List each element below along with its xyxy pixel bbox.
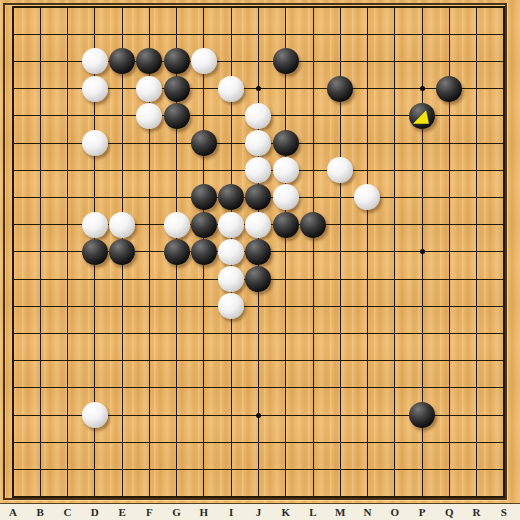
intersection-I18[interactable] <box>218 21 245 48</box>
intersection-J4[interactable] <box>245 401 272 428</box>
intersection-I10[interactable] <box>218 238 245 265</box>
intersection-Q5[interactable] <box>436 374 463 401</box>
intersection-F9[interactable] <box>136 265 163 292</box>
intersection-H6[interactable] <box>190 347 217 374</box>
intersection-D8[interactable] <box>81 292 108 319</box>
intersection-R7[interactable] <box>463 320 490 347</box>
intersection-C3[interactable] <box>54 428 81 455</box>
intersection-D14[interactable] <box>81 129 108 156</box>
intersection-C14[interactable] <box>54 129 81 156</box>
intersection-D9[interactable] <box>81 265 108 292</box>
intersection-B2[interactable] <box>27 456 54 483</box>
intersection-Q6[interactable] <box>436 347 463 374</box>
intersection-D11[interactable] <box>81 211 108 238</box>
intersection-A14[interactable] <box>0 129 27 156</box>
intersection-L7[interactable] <box>299 320 326 347</box>
intersection-G11[interactable] <box>163 211 190 238</box>
intersection-D13[interactable] <box>81 157 108 184</box>
intersection-J6[interactable] <box>245 347 272 374</box>
intersection-O5[interactable] <box>381 374 408 401</box>
intersection-Q3[interactable] <box>436 428 463 455</box>
intersection-D2[interactable] <box>81 456 108 483</box>
intersection-F17[interactable] <box>136 48 163 75</box>
intersection-C16[interactable] <box>54 75 81 102</box>
intersection-I5[interactable] <box>218 374 245 401</box>
intersection-F3[interactable] <box>136 428 163 455</box>
intersection-B10[interactable] <box>27 238 54 265</box>
intersection-H7[interactable] <box>190 320 217 347</box>
intersection-O7[interactable] <box>381 320 408 347</box>
intersection-A18[interactable] <box>0 21 27 48</box>
intersection-B18[interactable] <box>27 21 54 48</box>
intersection-Q12[interactable] <box>436 184 463 211</box>
intersection-J8[interactable] <box>245 292 272 319</box>
intersection-M11[interactable] <box>327 211 354 238</box>
intersection-K6[interactable] <box>272 347 299 374</box>
intersection-P9[interactable] <box>408 265 435 292</box>
intersection-J13[interactable] <box>245 157 272 184</box>
intersection-N8[interactable] <box>354 292 381 319</box>
intersection-L14[interactable] <box>299 129 326 156</box>
intersection-I3[interactable] <box>218 428 245 455</box>
intersection-O3[interactable] <box>381 428 408 455</box>
intersection-Q4[interactable] <box>436 401 463 428</box>
intersection-F7[interactable] <box>136 320 163 347</box>
intersection-O4[interactable] <box>381 401 408 428</box>
intersection-N9[interactable] <box>354 265 381 292</box>
intersection-Q7[interactable] <box>436 320 463 347</box>
intersection-L2[interactable] <box>299 456 326 483</box>
intersection-O2[interactable] <box>381 456 408 483</box>
intersection-J2[interactable] <box>245 456 272 483</box>
intersection-I7[interactable] <box>218 320 245 347</box>
intersection-E13[interactable] <box>108 157 135 184</box>
intersection-N6[interactable] <box>354 347 381 374</box>
intersection-L15[interactable] <box>299 102 326 129</box>
intersection-F12[interactable] <box>136 184 163 211</box>
intersection-J10[interactable] <box>245 238 272 265</box>
intersection-F8[interactable] <box>136 292 163 319</box>
intersection-N2[interactable] <box>354 456 381 483</box>
intersection-A9[interactable] <box>0 265 27 292</box>
intersection-L4[interactable] <box>299 401 326 428</box>
intersection-P19[interactable] <box>408 0 435 21</box>
intersection-M6[interactable] <box>327 347 354 374</box>
intersection-E2[interactable] <box>108 456 135 483</box>
intersection-A7[interactable] <box>0 320 27 347</box>
intersection-R3[interactable] <box>463 428 490 455</box>
intersection-H12[interactable] <box>190 184 217 211</box>
intersection-Q9[interactable] <box>436 265 463 292</box>
intersection-M10[interactable] <box>327 238 354 265</box>
intersection-R11[interactable] <box>463 211 490 238</box>
intersection-B7[interactable] <box>27 320 54 347</box>
intersection-S16[interactable] <box>490 75 517 102</box>
intersection-H3[interactable] <box>190 428 217 455</box>
intersection-L17[interactable] <box>299 48 326 75</box>
intersection-B9[interactable] <box>27 265 54 292</box>
intersection-R8[interactable] <box>463 292 490 319</box>
intersection-N3[interactable] <box>354 428 381 455</box>
intersection-D4[interactable] <box>81 401 108 428</box>
intersection-E3[interactable] <box>108 428 135 455</box>
intersection-K3[interactable] <box>272 428 299 455</box>
intersection-P3[interactable] <box>408 428 435 455</box>
intersection-Q19[interactable] <box>436 0 463 21</box>
intersection-Q18[interactable] <box>436 21 463 48</box>
intersection-A19[interactable] <box>0 0 27 21</box>
intersection-C5[interactable] <box>54 374 81 401</box>
intersection-D15[interactable] <box>81 102 108 129</box>
intersection-J19[interactable] <box>245 0 272 21</box>
intersection-K10[interactable] <box>272 238 299 265</box>
intersection-A12[interactable] <box>0 184 27 211</box>
intersection-M5[interactable] <box>327 374 354 401</box>
intersection-E8[interactable] <box>108 292 135 319</box>
intersection-K9[interactable] <box>272 265 299 292</box>
intersection-O14[interactable] <box>381 129 408 156</box>
intersection-E15[interactable] <box>108 102 135 129</box>
intersection-O19[interactable] <box>381 0 408 21</box>
intersection-Q14[interactable] <box>436 129 463 156</box>
intersection-B4[interactable] <box>27 401 54 428</box>
intersection-R19[interactable] <box>463 0 490 21</box>
intersection-H5[interactable] <box>190 374 217 401</box>
intersection-F6[interactable] <box>136 347 163 374</box>
intersection-E11[interactable] <box>108 211 135 238</box>
intersection-S2[interactable] <box>490 456 517 483</box>
intersection-P5[interactable] <box>408 374 435 401</box>
intersection-O9[interactable] <box>381 265 408 292</box>
intersection-R15[interactable] <box>463 102 490 129</box>
intersection-N7[interactable] <box>354 320 381 347</box>
intersection-E17[interactable] <box>108 48 135 75</box>
intersection-M16[interactable] <box>327 75 354 102</box>
intersection-F13[interactable] <box>136 157 163 184</box>
intersection-J3[interactable] <box>245 428 272 455</box>
intersection-C8[interactable] <box>54 292 81 319</box>
intersection-A5[interactable] <box>0 374 27 401</box>
intersection-K17[interactable] <box>272 48 299 75</box>
intersection-G6[interactable] <box>163 347 190 374</box>
intersection-D3[interactable] <box>81 428 108 455</box>
intersection-G18[interactable] <box>163 21 190 48</box>
intersection-S6[interactable] <box>490 347 517 374</box>
intersection-M13[interactable] <box>327 157 354 184</box>
intersection-N10[interactable] <box>354 238 381 265</box>
intersection-N11[interactable] <box>354 211 381 238</box>
intersection-I11[interactable] <box>218 211 245 238</box>
intersection-J17[interactable] <box>245 48 272 75</box>
intersection-F11[interactable] <box>136 211 163 238</box>
intersection-N15[interactable] <box>354 102 381 129</box>
intersection-C6[interactable] <box>54 347 81 374</box>
intersection-R14[interactable] <box>463 129 490 156</box>
intersection-F4[interactable] <box>136 401 163 428</box>
intersection-J14[interactable] <box>245 129 272 156</box>
intersection-S17[interactable] <box>490 48 517 75</box>
intersection-A4[interactable] <box>0 401 27 428</box>
intersection-K16[interactable] <box>272 75 299 102</box>
intersection-C19[interactable] <box>54 0 81 21</box>
intersection-O11[interactable] <box>381 211 408 238</box>
intersection-K5[interactable] <box>272 374 299 401</box>
intersection-D12[interactable] <box>81 184 108 211</box>
intersection-C2[interactable] <box>54 456 81 483</box>
intersection-S13[interactable] <box>490 157 517 184</box>
intersection-S10[interactable] <box>490 238 517 265</box>
intersection-A10[interactable] <box>0 238 27 265</box>
intersection-I4[interactable] <box>218 401 245 428</box>
intersection-Q13[interactable] <box>436 157 463 184</box>
intersection-A13[interactable] <box>0 157 27 184</box>
intersection-B8[interactable] <box>27 292 54 319</box>
intersection-C18[interactable] <box>54 21 81 48</box>
intersection-P4[interactable] <box>408 401 435 428</box>
intersection-A11[interactable] <box>0 211 27 238</box>
intersection-Q10[interactable] <box>436 238 463 265</box>
intersection-I19[interactable] <box>218 0 245 21</box>
intersection-J9[interactable] <box>245 265 272 292</box>
intersection-E7[interactable] <box>108 320 135 347</box>
intersection-F5[interactable] <box>136 374 163 401</box>
intersection-S14[interactable] <box>490 129 517 156</box>
intersection-H15[interactable] <box>190 102 217 129</box>
intersection-I6[interactable] <box>218 347 245 374</box>
intersection-R17[interactable] <box>463 48 490 75</box>
intersection-E12[interactable] <box>108 184 135 211</box>
intersection-C15[interactable] <box>54 102 81 129</box>
intersection-B5[interactable] <box>27 374 54 401</box>
intersection-D5[interactable] <box>81 374 108 401</box>
intersection-G13[interactable] <box>163 157 190 184</box>
intersection-O15[interactable] <box>381 102 408 129</box>
intersection-B3[interactable] <box>27 428 54 455</box>
intersection-G3[interactable] <box>163 428 190 455</box>
intersection-P2[interactable] <box>408 456 435 483</box>
intersection-B12[interactable] <box>27 184 54 211</box>
intersection-L16[interactable] <box>299 75 326 102</box>
intersection-L19[interactable] <box>299 0 326 21</box>
intersection-M14[interactable] <box>327 129 354 156</box>
intersection-S12[interactable] <box>490 184 517 211</box>
intersection-F2[interactable] <box>136 456 163 483</box>
intersection-L13[interactable] <box>299 157 326 184</box>
intersection-A16[interactable] <box>0 75 27 102</box>
intersection-G2[interactable] <box>163 456 190 483</box>
intersection-E5[interactable] <box>108 374 135 401</box>
intersection-Q17[interactable] <box>436 48 463 75</box>
intersection-I2[interactable] <box>218 456 245 483</box>
intersection-L12[interactable] <box>299 184 326 211</box>
intersection-K12[interactable] <box>272 184 299 211</box>
intersection-C10[interactable] <box>54 238 81 265</box>
intersection-O16[interactable] <box>381 75 408 102</box>
intersection-L8[interactable] <box>299 292 326 319</box>
intersection-O6[interactable] <box>381 347 408 374</box>
intersection-M15[interactable] <box>327 102 354 129</box>
intersection-L9[interactable] <box>299 265 326 292</box>
intersection-C12[interactable] <box>54 184 81 211</box>
intersection-F16[interactable] <box>136 75 163 102</box>
intersection-R16[interactable] <box>463 75 490 102</box>
intersection-H10[interactable] <box>190 238 217 265</box>
intersection-I12[interactable] <box>218 184 245 211</box>
intersection-J18[interactable] <box>245 21 272 48</box>
intersection-L18[interactable] <box>299 21 326 48</box>
intersection-L3[interactable] <box>299 428 326 455</box>
intersection-B14[interactable] <box>27 129 54 156</box>
intersection-F18[interactable] <box>136 21 163 48</box>
intersection-J7[interactable] <box>245 320 272 347</box>
intersection-R13[interactable] <box>463 157 490 184</box>
intersection-G4[interactable] <box>163 401 190 428</box>
intersection-G10[interactable] <box>163 238 190 265</box>
intersection-M19[interactable] <box>327 0 354 21</box>
intersection-B17[interactable] <box>27 48 54 75</box>
intersection-J12[interactable] <box>245 184 272 211</box>
intersection-P13[interactable] <box>408 157 435 184</box>
intersection-D10[interactable] <box>81 238 108 265</box>
intersection-F10[interactable] <box>136 238 163 265</box>
intersection-B15[interactable] <box>27 102 54 129</box>
intersection-N4[interactable] <box>354 401 381 428</box>
intersection-I17[interactable] <box>218 48 245 75</box>
intersection-K11[interactable] <box>272 211 299 238</box>
intersection-M12[interactable] <box>327 184 354 211</box>
intersection-O8[interactable] <box>381 292 408 319</box>
intersection-B16[interactable] <box>27 75 54 102</box>
intersection-K2[interactable] <box>272 456 299 483</box>
intersection-G16[interactable] <box>163 75 190 102</box>
intersection-H8[interactable] <box>190 292 217 319</box>
intersection-G5[interactable] <box>163 374 190 401</box>
intersection-E18[interactable] <box>108 21 135 48</box>
intersection-S11[interactable] <box>490 211 517 238</box>
intersection-P7[interactable] <box>408 320 435 347</box>
intersection-C17[interactable] <box>54 48 81 75</box>
intersection-A8[interactable] <box>0 292 27 319</box>
intersection-E4[interactable] <box>108 401 135 428</box>
intersection-M4[interactable] <box>327 401 354 428</box>
intersection-G8[interactable] <box>163 292 190 319</box>
intersection-E19[interactable] <box>108 0 135 21</box>
intersection-H13[interactable] <box>190 157 217 184</box>
intersection-S9[interactable] <box>490 265 517 292</box>
intersection-S4[interactable] <box>490 401 517 428</box>
intersection-J16[interactable] <box>245 75 272 102</box>
intersection-B11[interactable] <box>27 211 54 238</box>
intersection-H2[interactable] <box>190 456 217 483</box>
intersection-G17[interactable] <box>163 48 190 75</box>
intersection-B13[interactable] <box>27 157 54 184</box>
intersection-H11[interactable] <box>190 211 217 238</box>
intersection-I9[interactable] <box>218 265 245 292</box>
intersection-S19[interactable] <box>490 0 517 21</box>
intersection-P8[interactable] <box>408 292 435 319</box>
intersection-E6[interactable] <box>108 347 135 374</box>
intersection-D7[interactable] <box>81 320 108 347</box>
intersection-L6[interactable] <box>299 347 326 374</box>
intersection-A17[interactable] <box>0 48 27 75</box>
intersection-E14[interactable] <box>108 129 135 156</box>
intersection-Q16[interactable] <box>436 75 463 102</box>
intersection-P12[interactable] <box>408 184 435 211</box>
intersection-O18[interactable] <box>381 21 408 48</box>
intersection-G12[interactable] <box>163 184 190 211</box>
intersection-R5[interactable] <box>463 374 490 401</box>
intersection-N17[interactable] <box>354 48 381 75</box>
intersection-K18[interactable] <box>272 21 299 48</box>
intersection-C9[interactable] <box>54 265 81 292</box>
intersection-A2[interactable] <box>0 456 27 483</box>
intersection-N18[interactable] <box>354 21 381 48</box>
intersection-S7[interactable] <box>490 320 517 347</box>
intersection-G7[interactable] <box>163 320 190 347</box>
intersection-S18[interactable] <box>490 21 517 48</box>
intersection-H4[interactable] <box>190 401 217 428</box>
intersection-H18[interactable] <box>190 21 217 48</box>
intersection-F14[interactable] <box>136 129 163 156</box>
intersection-D19[interactable] <box>81 0 108 21</box>
intersection-O17[interactable] <box>381 48 408 75</box>
intersection-K8[interactable] <box>272 292 299 319</box>
intersection-L5[interactable] <box>299 374 326 401</box>
intersection-H14[interactable] <box>190 129 217 156</box>
intersection-M2[interactable] <box>327 456 354 483</box>
intersection-K15[interactable] <box>272 102 299 129</box>
intersection-M18[interactable] <box>327 21 354 48</box>
intersection-S8[interactable] <box>490 292 517 319</box>
intersection-P16[interactable] <box>408 75 435 102</box>
intersection-M9[interactable] <box>327 265 354 292</box>
intersection-O12[interactable] <box>381 184 408 211</box>
intersection-K4[interactable] <box>272 401 299 428</box>
intersection-Q11[interactable] <box>436 211 463 238</box>
intersection-A3[interactable] <box>0 428 27 455</box>
intersection-E10[interactable] <box>108 238 135 265</box>
intersection-S15[interactable] <box>490 102 517 129</box>
intersection-K14[interactable] <box>272 129 299 156</box>
intersection-L11[interactable] <box>299 211 326 238</box>
intersection-F19[interactable] <box>136 0 163 21</box>
intersection-N5[interactable] <box>354 374 381 401</box>
intersection-I15[interactable] <box>218 102 245 129</box>
intersection-K19[interactable] <box>272 0 299 21</box>
intersection-E9[interactable] <box>108 265 135 292</box>
intersection-N16[interactable] <box>354 75 381 102</box>
intersection-S5[interactable] <box>490 374 517 401</box>
intersection-M3[interactable] <box>327 428 354 455</box>
intersection-J5[interactable] <box>245 374 272 401</box>
intersection-C4[interactable] <box>54 401 81 428</box>
intersection-C7[interactable] <box>54 320 81 347</box>
intersection-G15[interactable] <box>163 102 190 129</box>
intersection-K13[interactable] <box>272 157 299 184</box>
intersection-O13[interactable] <box>381 157 408 184</box>
intersection-P14[interactable] <box>408 129 435 156</box>
intersection-M17[interactable] <box>327 48 354 75</box>
intersection-B6[interactable] <box>27 347 54 374</box>
intersection-A6[interactable] <box>0 347 27 374</box>
intersection-C11[interactable] <box>54 211 81 238</box>
intersection-P15[interactable] <box>408 102 435 129</box>
intersection-P10[interactable] <box>408 238 435 265</box>
intersection-D17[interactable] <box>81 48 108 75</box>
intersection-J15[interactable] <box>245 102 272 129</box>
intersection-O10[interactable] <box>381 238 408 265</box>
intersection-M7[interactable] <box>327 320 354 347</box>
